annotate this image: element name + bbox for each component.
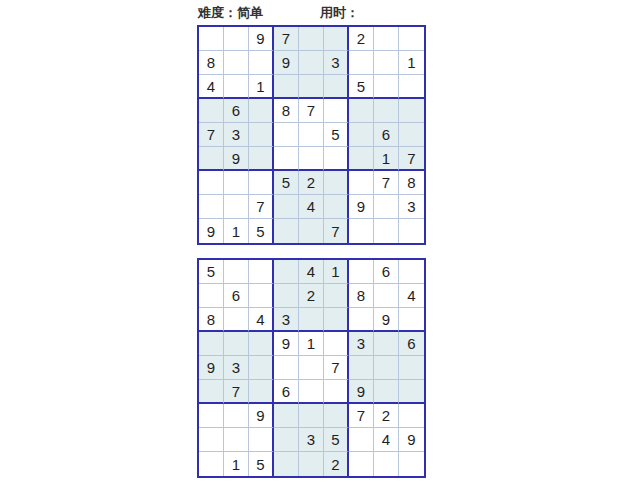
puzzle-1-cell-r3c8[interactable] [374,75,399,99]
puzzle-1-cell-r7c9[interactable]: 8 [399,171,424,195]
puzzle-1-cell-r4c7[interactable] [349,99,374,123]
puzzle-2-cell-r7c8[interactable]: 2 [374,404,399,428]
puzzle-1-cell-r6c9[interactable]: 7 [399,147,424,171]
puzzle-2-cell-r7c5[interactable] [299,404,324,428]
puzzle-1-cell-r4c9[interactable] [399,99,424,123]
puzzle-2-cell-r8c3[interactable] [249,428,274,452]
puzzle-2-cell-r2c1[interactable] [199,284,224,308]
puzzle-1-cell-r3c6[interactable] [324,75,349,99]
puzzle-1-cell-r4c4[interactable]: 8 [274,99,299,123]
puzzle-1-cell-r3c1[interactable]: 4 [199,75,224,99]
puzzle-2-cell-r7c9[interactable] [399,404,424,428]
puzzle-2-cell-r9c9[interactable] [399,452,424,476]
puzzle-2-cell-r5c8[interactable] [374,356,399,380]
puzzle-1-cell-r6c6[interactable] [324,147,349,171]
puzzle-1-cell-r4c1[interactable] [199,99,224,123]
puzzle-1-cell-r3c5[interactable] [299,75,324,99]
puzzle-2-cell-r3c1[interactable]: 8 [199,308,224,332]
puzzle-2-cell-r6c1[interactable] [199,380,224,404]
puzzle-2-cell-r5c2[interactable]: 3 [224,356,249,380]
puzzle-2-cell-r9c1[interactable] [199,452,224,476]
puzzle-1-cell-r5c1[interactable]: 7 [199,123,224,147]
puzzle-1-cell-r7c1[interactable] [199,171,224,195]
puzzle-1-cell-r3c2[interactable] [224,75,249,99]
puzzle-1-cell-r5c7[interactable] [349,123,374,147]
puzzle-1-cell-r8c3[interactable]: 7 [249,195,274,219]
puzzle-2-cell-r1c5[interactable]: 4 [299,260,324,284]
puzzle-1-cell-r8c5[interactable]: 4 [299,195,324,219]
puzzle-2-cell-r9c3[interactable]: 5 [249,452,274,476]
puzzle-2-cell-r7c6[interactable] [324,404,349,428]
puzzle-1-cell-r7c3[interactable] [249,171,274,195]
puzzle-1-cell-r5c8[interactable]: 6 [374,123,399,147]
puzzle-1-cell-r8c4[interactable] [274,195,299,219]
puzzle-2-cell-r9c6[interactable]: 2 [324,452,349,476]
puzzle-1-cell-r6c1[interactable] [199,147,224,171]
puzzle-2-cell-r4c2[interactable] [224,332,249,356]
puzzle-2-cell-r9c7[interactable] [349,452,374,476]
puzzle-2-cell-r3c7[interactable] [349,308,374,332]
puzzle-2-cell-r8c4[interactable] [274,428,299,452]
puzzle-1-cell-r9c2[interactable]: 1 [224,219,249,243]
puzzle-1-cell-r1c1[interactable] [199,27,224,51]
puzzle-1-cell-r2c6[interactable]: 3 [324,51,349,75]
puzzle-2-cell-r4c1[interactable] [199,332,224,356]
puzzle-2-cell-r8c8[interactable]: 4 [374,428,399,452]
puzzle-1-cell-r9c7[interactable] [349,219,374,243]
puzzle-1-cell-r2c5[interactable] [299,51,324,75]
puzzle-2-cell-r3c3[interactable]: 4 [249,308,274,332]
puzzle-2-cell-r6c4[interactable]: 6 [274,380,299,404]
puzzle-1-cell-r5c3[interactable] [249,123,274,147]
puzzle-1-cell-r5c2[interactable]: 3 [224,123,249,147]
puzzle-2-cell-r1c7[interactable] [349,260,374,284]
puzzle-1-cell-r9c6[interactable]: 7 [324,219,349,243]
puzzle-1-cell-r4c6[interactable] [324,99,349,123]
puzzle-2-cell-r2c3[interactable] [249,284,274,308]
puzzle-1-cell-r6c3[interactable] [249,147,274,171]
sudoku-page: 难度：简单 用时： 972893141568773569175278749391… [0,0,640,501]
puzzle-2-cell-r5c7[interactable] [349,356,374,380]
puzzle-2-cell-r6c3[interactable] [249,380,274,404]
puzzle-1-cell-r9c4[interactable] [274,219,299,243]
puzzle-2-cell-r5c3[interactable] [249,356,274,380]
puzzle-2-cell-r1c6[interactable]: 1 [324,260,349,284]
puzzle-1-cell-r9c8[interactable] [374,219,399,243]
time-label: 用时： [320,4,359,22]
puzzle-2-cell-r5c4[interactable] [274,356,299,380]
puzzle-1-cell-r1c8[interactable] [374,27,399,51]
puzzle-2-cell-r1c3[interactable] [249,260,274,284]
puzzle-2-cell-r1c4[interactable] [274,260,299,284]
puzzle-1-cell-r8c9[interactable]: 3 [399,195,424,219]
puzzle-2-cell-r9c2[interactable]: 1 [224,452,249,476]
difficulty-label: 难度：简单 [198,4,263,22]
puzzle-2-cell-r1c9[interactable] [399,260,424,284]
puzzle-2-cell-r6c5[interactable] [299,380,324,404]
puzzle-1-cell-r2c4[interactable]: 9 [274,51,299,75]
puzzle-2-cell-r2c4[interactable] [274,284,299,308]
puzzle-1-cell-r5c6[interactable]: 5 [324,123,349,147]
puzzle-2-cell-r2c2[interactable]: 6 [224,284,249,308]
puzzle-2-cell-r2c6[interactable] [324,284,349,308]
puzzle-2-cell-r4c4[interactable]: 9 [274,332,299,356]
puzzle-1-cell-r7c7[interactable] [349,171,374,195]
puzzle-2-cell-r6c6[interactable] [324,380,349,404]
puzzle-2-cell-r3c5[interactable] [299,308,324,332]
puzzle-2-cell-r2c9[interactable]: 4 [399,284,424,308]
puzzle-2-cell-r7c7[interactable]: 7 [349,404,374,428]
sudoku-board-2: 54166284843991369377699723549152 [197,258,426,478]
puzzle-1-cell-r4c2[interactable]: 6 [224,99,249,123]
puzzle-1-cell-r5c5[interactable] [299,123,324,147]
puzzle-2-cell-r3c6[interactable] [324,308,349,332]
puzzle-2-cell-r8c1[interactable] [199,428,224,452]
puzzle-2-cell-r6c9[interactable] [399,380,424,404]
puzzle-1-cell-r1c4[interactable]: 7 [274,27,299,51]
puzzle-2-cell-r4c5[interactable]: 1 [299,332,324,356]
puzzle-1-cell-r1c7[interactable]: 2 [349,27,374,51]
puzzle-1-cell-r6c8[interactable]: 1 [374,147,399,171]
puzzle-2-cell-r5c6[interactable]: 7 [324,356,349,380]
puzzle-1-cell-r6c7[interactable] [349,147,374,171]
puzzle-1-cell-r1c3[interactable]: 9 [249,27,274,51]
puzzle-2-cell-r4c9[interactable]: 6 [399,332,424,356]
puzzle-2-cell-r9c4[interactable] [274,452,299,476]
puzzle-1-cell-r3c3[interactable]: 1 [249,75,274,99]
puzzle-2-cell-r3c2[interactable] [224,308,249,332]
puzzle-2-cell-r3c4[interactable]: 3 [274,308,299,332]
puzzle-1-cell-r9c1[interactable]: 9 [199,219,224,243]
puzzle-1-cell-r7c8[interactable]: 7 [374,171,399,195]
puzzle-2-cell-r3c9[interactable] [399,308,424,332]
puzzle-1-cell-r5c4[interactable] [274,123,299,147]
puzzle-2-cell-r9c8[interactable] [374,452,399,476]
puzzle-1-cell-r6c2[interactable]: 9 [224,147,249,171]
puzzle-1-cell-r1c9[interactable] [399,27,424,51]
puzzle-1-cell-r4c8[interactable] [374,99,399,123]
puzzle-1-cell-r5c9[interactable] [399,123,424,147]
puzzle-1-cell-r2c3[interactable] [249,51,274,75]
puzzle-2-cell-r7c4[interactable] [274,404,299,428]
puzzle-1-cell-r1c2[interactable] [224,27,249,51]
puzzle-2-cell-r7c2[interactable] [224,404,249,428]
puzzle-2-cell-r9c5[interactable] [299,452,324,476]
puzzle-2-cell-r2c8[interactable] [374,284,399,308]
puzzle-1-cell-r7c6[interactable] [324,171,349,195]
puzzle-1-cell-r4c3[interactable] [249,99,274,123]
puzzle-2-cell-r4c7[interactable]: 3 [349,332,374,356]
sudoku-board-1: 97289314156877356917527874939157 [197,25,426,245]
puzzle-1-cell-r2c8[interactable] [374,51,399,75]
puzzle-2-cell-r4c3[interactable] [249,332,274,356]
puzzle-1-cell-r6c4[interactable] [274,147,299,171]
puzzle-1-cell-r9c9[interactable] [399,219,424,243]
puzzle-2-cell-r5c1[interactable]: 9 [199,356,224,380]
puzzle-1-cell-r9c3[interactable]: 5 [249,219,274,243]
puzzle-2-cell-r8c5[interactable]: 3 [299,428,324,452]
puzzle-1-cell-r2c1[interactable]: 8 [199,51,224,75]
puzzle-2-cell-r1c8[interactable]: 6 [374,260,399,284]
puzzle-1-cell-r3c9[interactable] [399,75,424,99]
puzzle-2-cell-r7c3[interactable]: 9 [249,404,274,428]
puzzle-1-cell-r7c5[interactable]: 2 [299,171,324,195]
puzzle-1-cell-r3c7[interactable]: 5 [349,75,374,99]
puzzle-1-cell-r6c5[interactable] [299,147,324,171]
puzzle-2-cell-r4c8[interactable] [374,332,399,356]
puzzle-2-cell-r8c2[interactable] [224,428,249,452]
puzzle-1-cell-r8c2[interactable] [224,195,249,219]
puzzle-2-cell-r5c9[interactable] [399,356,424,380]
puzzle-2-cell-r8c6[interactable]: 5 [324,428,349,452]
puzzle-2-cell-r6c7[interactable]: 9 [349,380,374,404]
puzzle-1-cell-r3c4[interactable] [274,75,299,99]
puzzle-1-cell-r2c2[interactable] [224,51,249,75]
puzzle-1-cell-r1c5[interactable] [299,27,324,51]
puzzle-1-cell-r7c2[interactable] [224,171,249,195]
puzzle-2-cell-r8c9[interactable]: 9 [399,428,424,452]
puzzle-2-cell-r6c2[interactable]: 7 [224,380,249,404]
puzzle-1-cell-r8c7[interactable]: 9 [349,195,374,219]
puzzle-1-cell-r8c8[interactable] [374,195,399,219]
puzzle-2-cell-r4c6[interactable] [324,332,349,356]
puzzle-1-cell-r4c5[interactable]: 7 [299,99,324,123]
puzzle-2-cell-r3c8[interactable]: 9 [374,308,399,332]
puzzle-2-cell-r6c8[interactable] [374,380,399,404]
puzzle-1-cell-r8c1[interactable] [199,195,224,219]
puzzle-1-cell-r2c9[interactable]: 1 [399,51,424,75]
puzzle-2-cell-r2c7[interactable]: 8 [349,284,374,308]
puzzle-1-cell-r2c7[interactable] [349,51,374,75]
puzzle-2-cell-r7c1[interactable] [199,404,224,428]
puzzle-2-cell-r2c5[interactable]: 2 [299,284,324,308]
puzzle-1-cell-r9c5[interactable] [299,219,324,243]
puzzle-2-cell-r8c7[interactable] [349,428,374,452]
puzzle-1-cell-r1c6[interactable] [324,27,349,51]
puzzle-1-cell-r8c6[interactable] [324,195,349,219]
puzzle-2-cell-r1c2[interactable] [224,260,249,284]
puzzle-1-cell-r7c4[interactable]: 5 [274,171,299,195]
puzzle-2-cell-r5c5[interactable] [299,356,324,380]
puzzle-2-cell-r1c1[interactable]: 5 [199,260,224,284]
